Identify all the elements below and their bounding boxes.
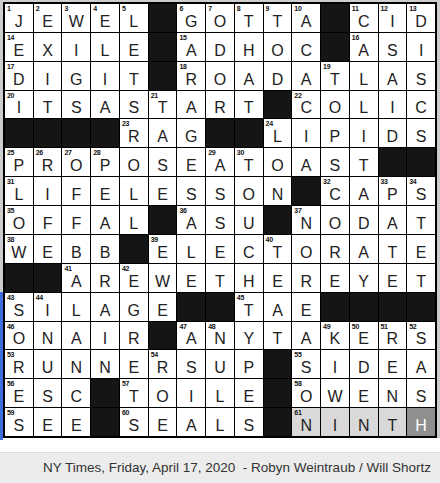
cell-number: 50 xyxy=(352,322,359,331)
cell-letter: N xyxy=(350,417,378,435)
grid-cell[interactable]: I xyxy=(379,91,407,119)
grid-cell[interactable]: S xyxy=(206,206,234,234)
grid-cell[interactable]: L xyxy=(91,33,119,61)
cell-number: 8 xyxy=(237,4,241,13)
grid-cell[interactable]: R xyxy=(321,235,349,263)
grid-cell[interactable]: O xyxy=(206,62,234,90)
grid-cell[interactable]: 46O xyxy=(5,322,33,350)
grid-cell[interactable]: E xyxy=(321,264,349,292)
grid-cell[interactable]: E xyxy=(264,264,292,292)
cell-letter: C xyxy=(292,99,320,117)
cell-letter: S xyxy=(407,128,435,146)
cell-letter: T xyxy=(149,99,177,117)
grid-cell[interactable]: 24L xyxy=(264,119,292,147)
caption-bar: NY Times, Friday, April 17, 2020 - Robyn… xyxy=(0,452,440,483)
black-cell xyxy=(91,119,119,147)
grid-cell[interactable]: E xyxy=(177,264,205,292)
grid-cell[interactable]: I xyxy=(407,33,435,61)
grid-cell[interactable]: O xyxy=(321,91,349,119)
cell-letter: E xyxy=(34,417,62,435)
grid-cell[interactable]: A xyxy=(379,62,407,90)
grid-cell[interactable]: C xyxy=(407,91,435,119)
cell-letter: A xyxy=(177,330,205,348)
grid-cell[interactable]: 39E xyxy=(149,235,177,263)
grid-cell[interactable]: 8T xyxy=(235,4,263,32)
grid-cell[interactable]: E xyxy=(34,235,62,263)
cell-letter: A xyxy=(91,99,119,117)
cell-number: 41 xyxy=(64,264,71,273)
cell-letter: L xyxy=(206,417,234,435)
grid-cell[interactable]: A xyxy=(91,206,119,234)
grid-cell[interactable]: 16A xyxy=(350,33,378,61)
crossword-grid[interactable]: 1J2E3W4E5L6G7O8T9T10A11C12I13D14EXILE15A… xyxy=(3,2,437,438)
black-cell xyxy=(407,148,435,176)
grid-cell[interactable]: B xyxy=(91,235,119,263)
grid-cell[interactable]: S xyxy=(407,379,435,407)
grid-cell[interactable]: T xyxy=(34,91,62,119)
cell-letter: I xyxy=(91,330,119,348)
grid-cell[interactable]: I xyxy=(62,33,90,61)
grid-cell[interactable]: L xyxy=(120,177,148,205)
grid-cell[interactable]: N xyxy=(379,379,407,407)
grid-cell[interactable]: 50E xyxy=(350,322,378,350)
grid-cell[interactable]: 12I xyxy=(379,4,407,32)
grid-cell[interactable]: A xyxy=(91,91,119,119)
grid-cell[interactable]: 35O xyxy=(5,206,33,234)
grid-cell[interactable]: L xyxy=(62,293,90,321)
grid-cell[interactable]: 2E xyxy=(34,4,62,32)
grid-cell[interactable]: R xyxy=(91,264,119,292)
grid-cell[interactable]: L xyxy=(206,408,234,436)
cell-letter: L xyxy=(91,42,119,60)
grid-cell[interactable]: 58O xyxy=(292,379,320,407)
grid-cell[interactable]: 48N xyxy=(206,322,234,350)
grid-cell[interactable]: A xyxy=(62,322,90,350)
cell-letter: E xyxy=(34,244,62,262)
grid-cell[interactable]: 11C xyxy=(350,4,378,32)
cell-letter: E xyxy=(321,273,349,291)
grid-cell[interactable]: D xyxy=(206,33,234,61)
grid-cell[interactable]: E xyxy=(120,33,148,61)
grid-cell[interactable]: 49K xyxy=(321,322,349,350)
grid-cell[interactable]: 15A xyxy=(177,33,205,61)
grid-cell[interactable]: E xyxy=(206,235,234,263)
grid-cell[interactable]: E xyxy=(34,408,62,436)
cell-letter: I xyxy=(321,359,349,377)
grid-cell[interactable]: 27O xyxy=(62,148,90,176)
black-cell xyxy=(149,4,177,32)
cell-letter: G xyxy=(62,71,90,89)
cell-letter: O xyxy=(5,215,33,233)
grid-cell[interactable]: 44I xyxy=(34,293,62,321)
cursor-cell[interactable]: H xyxy=(407,408,435,436)
grid-cell[interactable]: 14E xyxy=(5,33,33,61)
cell-letter: O xyxy=(120,157,148,175)
grid-cell[interactable]: U xyxy=(235,206,263,234)
cell-letter: C xyxy=(235,244,263,262)
cell-letter: L xyxy=(5,186,33,204)
grid-cell[interactable]: E xyxy=(149,408,177,436)
grid-cell[interactable]: A xyxy=(149,119,177,147)
grid-cell[interactable]: B xyxy=(62,235,90,263)
black-cell xyxy=(62,119,90,147)
black-cell xyxy=(34,264,62,292)
grid-cell[interactable]: 31L xyxy=(5,177,33,205)
cell-letter: O xyxy=(5,330,33,348)
grid-cell[interactable]: 33P xyxy=(379,177,407,205)
grid-cell[interactable]: S xyxy=(149,148,177,176)
cell-letter: T xyxy=(407,215,435,233)
grid-cell[interactable]: A xyxy=(350,235,378,263)
grid-cell[interactable]: L xyxy=(206,379,234,407)
grid-cell[interactable]: E xyxy=(177,148,205,176)
cell-letter: I xyxy=(177,388,205,406)
cell-letter: E xyxy=(292,302,320,320)
cell-number: 12 xyxy=(381,4,388,13)
grid-cell[interactable]: R xyxy=(206,91,234,119)
grid-cell[interactable]: R xyxy=(120,322,148,350)
grid-cell[interactable]: I xyxy=(292,119,320,147)
grid-cell[interactable]: 3W xyxy=(62,4,90,32)
grid-cell[interactable]: S xyxy=(62,91,90,119)
grid-cell[interactable]: 55S xyxy=(292,350,320,378)
cell-letter: I xyxy=(321,417,349,435)
cell-letter: O xyxy=(149,388,177,406)
highlighted-cell[interactable]: T xyxy=(379,408,407,436)
grid-cell[interactable]: I xyxy=(34,177,62,205)
cell-letter: L xyxy=(120,215,148,233)
cell-letter: A xyxy=(292,71,320,89)
grid-cell[interactable]: 40T xyxy=(264,235,292,263)
highlighted-cell[interactable]: I xyxy=(321,408,349,436)
grid-cell[interactable]: G xyxy=(120,293,148,321)
grid-cell[interactable]: C xyxy=(292,33,320,61)
grid-cell[interactable]: Y xyxy=(235,322,263,350)
grid-cell[interactable]: L xyxy=(350,91,378,119)
cell-number: 29 xyxy=(208,148,215,157)
grid-cell[interactable]: 9T xyxy=(264,4,292,32)
grid-cell[interactable]: E xyxy=(407,235,435,263)
grid-cell[interactable]: S xyxy=(177,350,205,378)
black-cell xyxy=(149,206,177,234)
grid-cell[interactable]: 57T xyxy=(120,379,148,407)
cell-letter: E xyxy=(177,273,205,291)
grid-cell[interactable]: 19T xyxy=(321,62,349,90)
grid-cell[interactable]: O xyxy=(235,177,263,205)
grid-cell[interactable]: A xyxy=(91,293,119,321)
grid-cell[interactable]: 53R xyxy=(5,350,33,378)
grid-cell[interactable]: T xyxy=(235,91,263,119)
grid-cell[interactable]: 13D xyxy=(407,4,435,32)
grid-cell[interactable]: E xyxy=(350,379,378,407)
grid-cell[interactable]: T xyxy=(120,62,148,90)
grid-cell[interactable]: 47A xyxy=(177,322,205,350)
grid-cell[interactable]: 42E xyxy=(120,264,148,292)
highlighted-cell[interactable]: 61N xyxy=(292,408,320,436)
black-cell xyxy=(379,293,407,321)
grid-cell[interactable]: E xyxy=(120,350,148,378)
grid-cell[interactable]: O xyxy=(120,148,148,176)
cell-letter: A xyxy=(91,215,119,233)
cell-letter: S xyxy=(177,359,205,377)
cell-number: 53 xyxy=(7,350,14,359)
cell-letter: D xyxy=(407,13,435,31)
grid-cell[interactable]: E xyxy=(379,350,407,378)
cell-number: 48 xyxy=(208,322,215,331)
grid-cell[interactable]: L xyxy=(177,235,205,263)
cell-number: 4 xyxy=(93,4,97,13)
cell-letter: W xyxy=(149,273,177,291)
cell-letter: T xyxy=(235,13,263,31)
cell-number: 16 xyxy=(352,33,359,42)
cell-letter: A xyxy=(62,330,90,348)
grid-cell[interactable]: R xyxy=(292,264,320,292)
black-cell xyxy=(120,235,148,263)
grid-cell[interactable]: A xyxy=(177,408,205,436)
grid-cell[interactable]: N xyxy=(264,177,292,205)
cell-letter: S xyxy=(407,186,435,204)
grid-cell[interactable]: 56E xyxy=(5,379,33,407)
cell-letter: O xyxy=(206,13,234,31)
grid-cell[interactable]: P xyxy=(321,119,349,147)
grid-cell[interactable]: L xyxy=(350,62,378,90)
cell-letter: A xyxy=(350,42,378,60)
grid-cell[interactable]: A xyxy=(177,91,205,119)
grid-cell[interactable]: X xyxy=(34,33,62,61)
cell-letter: N xyxy=(379,388,407,406)
grid-cell[interactable]: A xyxy=(407,350,435,378)
grid-cell[interactable]: 22C xyxy=(292,91,320,119)
grid-cell[interactable]: 36A xyxy=(177,206,205,234)
grid-cell[interactable]: E xyxy=(149,177,177,205)
cell-letter: T xyxy=(34,99,62,117)
grid-cell[interactable]: O xyxy=(149,379,177,407)
grid-cell[interactable]: Y xyxy=(350,264,378,292)
cell-letter: S xyxy=(407,330,435,348)
black-cell xyxy=(264,206,292,234)
grid-cell[interactable]: T xyxy=(379,235,407,263)
grid-cell[interactable]: F xyxy=(62,206,90,234)
grid-cell[interactable]: E xyxy=(379,264,407,292)
grid-cell[interactable]: A xyxy=(292,322,320,350)
grid-cell[interactable]: O xyxy=(321,206,349,234)
grid-cell[interactable]: 1J xyxy=(5,4,33,32)
grid-cell[interactable]: 32C xyxy=(321,177,349,205)
grid-cell[interactable]: 60S xyxy=(120,408,148,436)
black-cell xyxy=(177,293,205,321)
grid-cell[interactable]: 23R xyxy=(120,119,148,147)
grid-cell[interactable]: S xyxy=(379,33,407,61)
cell-letter: I xyxy=(34,186,62,204)
cell-letter: D xyxy=(206,42,234,60)
cell-letter: T xyxy=(379,417,407,435)
cell-letter: E xyxy=(62,417,90,435)
grid-cell[interactable]: T xyxy=(264,322,292,350)
grid-cell[interactable]: 51R xyxy=(379,322,407,350)
grid-cell[interactable]: E xyxy=(62,408,90,436)
cell-letter: E xyxy=(149,186,177,204)
black-cell xyxy=(5,264,33,292)
grid-cell[interactable]: H xyxy=(235,33,263,61)
grid-cell[interactable]: T xyxy=(206,264,234,292)
grid-cell[interactable]: 20I xyxy=(5,91,33,119)
grid-cell[interactable]: 30T xyxy=(235,148,263,176)
cell-letter: A xyxy=(149,128,177,146)
grid-cell[interactable]: 43S xyxy=(5,293,33,321)
grid-cell[interactable]: A xyxy=(350,177,378,205)
grid-cell[interactable]: T xyxy=(407,264,435,292)
cell-number: 38 xyxy=(7,235,14,244)
cell-letter: I xyxy=(379,99,407,117)
cell-number: 43 xyxy=(7,293,14,302)
cell-letter: L xyxy=(120,186,148,204)
cell-letter: R xyxy=(379,330,407,348)
cell-number: 28 xyxy=(93,148,100,157)
black-cell xyxy=(321,4,349,32)
black-cell xyxy=(407,293,435,321)
cell-number: 27 xyxy=(64,148,71,157)
grid-cell[interactable]: E xyxy=(235,379,263,407)
grid-cell[interactable]: U xyxy=(206,350,234,378)
cell-letter: A xyxy=(350,186,378,204)
grid-cell[interactable]: A xyxy=(235,62,263,90)
cell-letter: B xyxy=(62,244,90,262)
cell-letter: S xyxy=(5,302,33,320)
grid-cell[interactable]: 28P xyxy=(91,148,119,176)
grid-cell[interactable]: S xyxy=(407,62,435,90)
cell-letter: E xyxy=(206,244,234,262)
cell-letter: W xyxy=(62,13,90,31)
grid-cell[interactable]: N xyxy=(91,350,119,378)
grid-cell[interactable]: 45T xyxy=(235,293,263,321)
grid-cell[interactable]: 21T xyxy=(149,91,177,119)
grid-cell[interactable]: E xyxy=(91,177,119,205)
grid-cell[interactable]: I xyxy=(177,379,205,407)
grid-cell[interactable]: 26R xyxy=(34,148,62,176)
grid-cell[interactable]: I xyxy=(321,350,349,378)
cell-number: 51 xyxy=(381,322,388,331)
grid-cell[interactable]: W xyxy=(321,379,349,407)
grid-cell[interactable]: I xyxy=(350,119,378,147)
grid-cell[interactable]: T xyxy=(407,206,435,234)
grid-cell[interactable]: 34S xyxy=(407,177,435,205)
grid-cell[interactable]: S xyxy=(34,379,62,407)
grid-cell[interactable]: F xyxy=(34,206,62,234)
cell-letter: T xyxy=(264,244,292,262)
grid-cell[interactable]: S xyxy=(177,177,205,205)
grid-cell[interactable]: N xyxy=(62,350,90,378)
grid-cell[interactable]: 18R xyxy=(177,62,205,90)
grid-cell[interactable]: S xyxy=(235,408,263,436)
grid-cell[interactable]: A xyxy=(292,148,320,176)
grid-cell[interactable]: W xyxy=(149,264,177,292)
grid-cell[interactable]: E xyxy=(292,293,320,321)
grid-cell[interactable]: U xyxy=(34,350,62,378)
grid-cell[interactable]: I xyxy=(91,322,119,350)
grid-cell[interactable]: C xyxy=(62,379,90,407)
grid-cell[interactable]: E xyxy=(149,293,177,321)
cell-letter: N xyxy=(264,186,292,204)
grid-cell[interactable]: 59S xyxy=(5,408,33,436)
cell-letter: L xyxy=(350,99,378,117)
grid-cell[interactable]: A xyxy=(379,206,407,234)
grid-cell[interactable]: O xyxy=(264,33,292,61)
cell-number: 49 xyxy=(323,322,330,331)
cell-letter: S xyxy=(407,71,435,89)
grid-cell[interactable]: 41A xyxy=(62,264,90,292)
grid-cell[interactable]: 37N xyxy=(292,206,320,234)
cell-number: 34 xyxy=(409,177,416,186)
grid-cell[interactable]: D xyxy=(350,206,378,234)
grid-cell[interactable]: D xyxy=(350,350,378,378)
cell-number: 45 xyxy=(237,293,244,302)
grid-cell[interactable]: 6G xyxy=(177,4,205,32)
cell-letter: I xyxy=(379,13,407,31)
cell-letter: O xyxy=(264,42,292,60)
cell-letter: H xyxy=(235,42,263,60)
grid-cell[interactable]: S xyxy=(321,148,349,176)
grid-cell[interactable]: F xyxy=(62,177,90,205)
grid-cell[interactable]: S xyxy=(407,119,435,147)
grid-cell[interactable]: 38W xyxy=(5,235,33,263)
cell-number: 56 xyxy=(7,379,14,388)
cell-number: 59 xyxy=(7,408,14,417)
grid-cell[interactable]: O xyxy=(292,235,320,263)
cell-letter: I xyxy=(292,128,320,146)
grid-cell[interactable]: L xyxy=(120,206,148,234)
grid-cell[interactable]: S xyxy=(120,91,148,119)
grid-cell[interactable]: 7O xyxy=(206,4,234,32)
cell-letter: O xyxy=(62,157,90,175)
grid-cell[interactable]: I xyxy=(34,62,62,90)
cell-letter: S xyxy=(235,417,263,435)
grid-cell[interactable]: P xyxy=(235,350,263,378)
cell-number: 3 xyxy=(64,4,68,13)
grid-cell[interactable]: A xyxy=(292,62,320,90)
grid-cell[interactable]: 5L xyxy=(120,4,148,32)
grid-cell[interactable]: 52S xyxy=(407,322,435,350)
black-cell xyxy=(235,119,263,147)
grid-cell[interactable]: A xyxy=(264,293,292,321)
cell-letter: E xyxy=(350,330,378,348)
grid-cell[interactable]: O xyxy=(264,148,292,176)
cell-number: 60 xyxy=(122,408,129,417)
grid-cell[interactable]: N xyxy=(34,322,62,350)
cell-letter: B xyxy=(91,244,119,262)
grid-cell[interactable]: C xyxy=(235,235,263,263)
grid-cell[interactable]: D xyxy=(379,119,407,147)
cell-letter: A xyxy=(177,99,205,117)
highlighted-cell[interactable]: N xyxy=(350,408,378,436)
grid-cell[interactable]: 17D xyxy=(5,62,33,90)
grid-cell[interactable]: I xyxy=(91,62,119,90)
grid-cell[interactable]: T xyxy=(350,148,378,176)
grid-cell[interactable]: G xyxy=(177,119,205,147)
grid-cell[interactable]: 29A xyxy=(206,148,234,176)
cell-letter: T xyxy=(206,273,234,291)
grid-cell[interactable]: 4E xyxy=(91,4,119,32)
grid-cell[interactable]: S xyxy=(206,177,234,205)
cell-letter: G xyxy=(177,13,205,31)
grid-cell[interactable]: H xyxy=(235,264,263,292)
cell-number: 57 xyxy=(122,379,129,388)
grid-cell[interactable]: 54R xyxy=(149,350,177,378)
grid-cell[interactable]: G xyxy=(62,62,90,90)
cell-letter: I xyxy=(62,42,90,60)
grid-cell[interactable]: 25P xyxy=(5,148,33,176)
grid-cell[interactable]: D xyxy=(264,62,292,90)
grid-cell[interactable]: 10A xyxy=(292,4,320,32)
